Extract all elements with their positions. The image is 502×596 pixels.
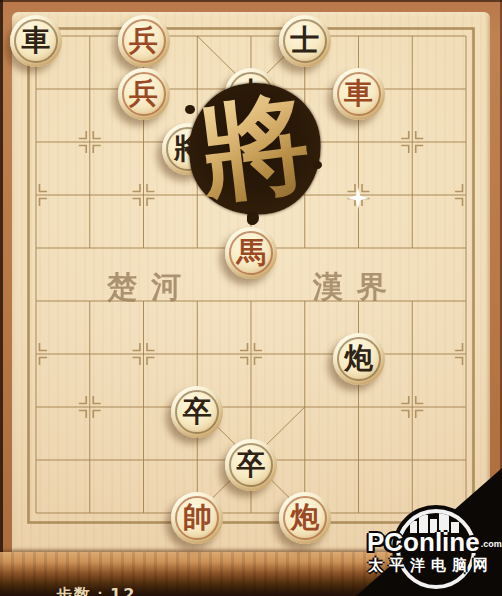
piece-glyph: 帥	[183, 503, 212, 532]
piece-black-cannon[interactable]: 炮	[333, 333, 385, 385]
piece-glyph: 炮	[344, 344, 373, 373]
piece-glyph: 炮	[290, 503, 319, 532]
piece-glyph: 馬	[237, 238, 266, 267]
piece-red-cannon[interactable]: 炮	[279, 492, 331, 544]
piece-red-horse[interactable]: 馬	[225, 227, 277, 279]
piece-glyph: 卒	[183, 397, 212, 426]
check-stamp: 將	[189, 83, 321, 215]
piece-black-advisor-a[interactable]: 士	[279, 15, 331, 67]
piece-black-chariot[interactable]: 車	[10, 15, 62, 67]
piece-black-soldier-a[interactable]: 卒	[171, 386, 223, 438]
piece-red-soldier-b[interactable]: 兵	[118, 68, 170, 120]
piece-red-chariot[interactable]: 車	[333, 68, 385, 120]
piece-red-soldier-a[interactable]: 兵	[118, 15, 170, 67]
piece-glyph: 兵	[129, 26, 158, 55]
xiangqi-app-screen: 楚河 漢界 車兵士兵士車將馬炮卒卒帥炮 將 步数：12 PConline.com…	[0, 0, 502, 596]
piece-glyph: 士	[290, 26, 319, 55]
piece-glyph: 車	[344, 79, 373, 108]
step-counter: 步数：12	[56, 585, 136, 596]
piece-black-soldier-b[interactable]: 卒	[225, 439, 277, 491]
check-stamp-glyph: 將	[181, 71, 329, 226]
piece-glyph: 兵	[129, 79, 158, 108]
piece-red-general[interactable]: 帥	[171, 492, 223, 544]
piece-glyph: 卒	[237, 450, 266, 479]
piece-glyph: 車	[22, 26, 51, 55]
